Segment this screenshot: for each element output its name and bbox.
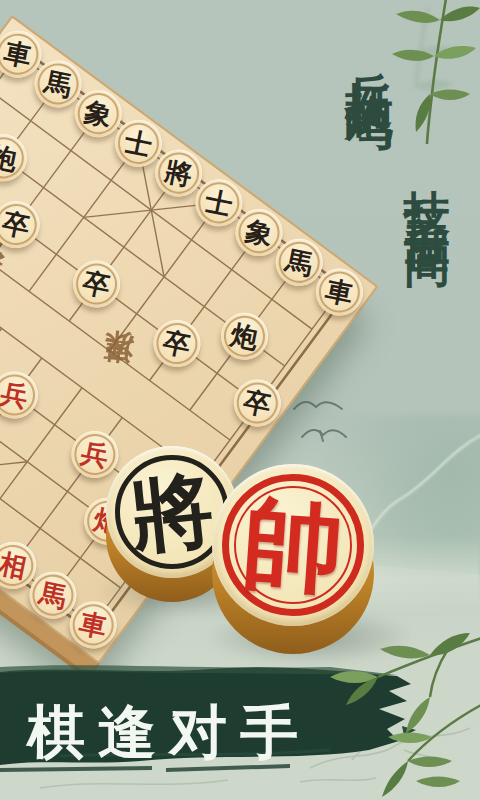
mountain-mist-2 [360, 470, 480, 610]
black-general-character: 將 [127, 467, 217, 557]
piece-face: 帥 [212, 464, 374, 626]
banner-title: 棋逢对手 [27, 694, 311, 772]
flying-birds [290, 395, 360, 451]
red-general-character: 帥 [240, 492, 347, 599]
featured-red-general-piece: 帥 [212, 464, 374, 626]
calligraphy-column-left: 兵挺炮鸣 [338, 32, 402, 80]
calligraphy-column-right: 技艺盖世间 [397, 152, 459, 217]
splash-screen: 兵挺炮鸣 技艺盖世间 楚河 漢界 車馬象士將士象馬車炮炮卒卒卒卒卒兵兵兵兵兵炮炮… [0, 0, 480, 800]
